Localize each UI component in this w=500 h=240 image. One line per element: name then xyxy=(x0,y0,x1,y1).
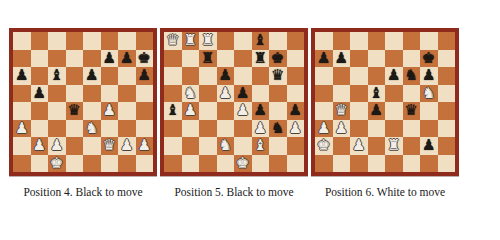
black-queen-piece: ♛ xyxy=(271,67,284,85)
square-a2 xyxy=(13,137,31,155)
square-g6 xyxy=(118,67,136,85)
square-e1 xyxy=(385,155,403,173)
square-c1 xyxy=(199,155,217,173)
square-f2: ♝ xyxy=(252,137,270,155)
white-pawn-piece: ♟ xyxy=(236,102,249,120)
square-g5 xyxy=(269,85,287,103)
square-g4 xyxy=(269,102,287,120)
square-h4 xyxy=(136,102,154,120)
white-pawn-piece: ♟ xyxy=(33,137,46,155)
square-b3 xyxy=(182,120,200,138)
square-e4: ♟ xyxy=(234,102,252,120)
square-e5 xyxy=(385,85,403,103)
black-pawn-piece: ♟ xyxy=(289,102,302,120)
square-e6 xyxy=(234,67,252,85)
square-h5 xyxy=(438,85,456,103)
square-g8 xyxy=(118,32,136,50)
square-h6 xyxy=(287,67,305,85)
square-g4 xyxy=(118,102,136,120)
square-g3: ♞ xyxy=(269,120,287,138)
square-f6: ♞ xyxy=(403,67,421,85)
white-pawn-piece: ♟ xyxy=(15,120,28,138)
square-a8 xyxy=(13,32,31,50)
square-e2: ♜ xyxy=(385,137,403,155)
square-h2 xyxy=(438,137,456,155)
square-g1 xyxy=(269,155,287,173)
black-pawn-piece: ♟ xyxy=(120,50,133,68)
white-pawn-piece: ♟ xyxy=(317,120,330,138)
square-e6: ♟ xyxy=(83,67,101,85)
square-f4: ♟ xyxy=(252,102,270,120)
square-f8: ♝ xyxy=(252,32,270,50)
square-a5 xyxy=(164,85,182,103)
black-bishop-piece: ♝ xyxy=(370,85,383,103)
white-pawn-piece: ♟ xyxy=(254,120,267,138)
square-g8 xyxy=(420,32,438,50)
square-h4 xyxy=(438,102,456,120)
square-d2: ♞ xyxy=(217,137,235,155)
chess-board-position-6: ♟♟♚♟♞♟♝♞♛♟♛♟♟♚♟♜♟ xyxy=(311,28,459,176)
square-a2: ♚ xyxy=(315,137,333,155)
square-e8 xyxy=(234,32,252,50)
square-a7: ♟ xyxy=(315,50,333,68)
square-f5 xyxy=(101,85,119,103)
black-pawn-piece: ♟ xyxy=(103,50,116,68)
square-a6 xyxy=(315,67,333,85)
square-e2 xyxy=(234,137,252,155)
square-a2 xyxy=(164,137,182,155)
square-h5 xyxy=(287,85,305,103)
square-b7: ♟ xyxy=(333,50,351,68)
square-e2 xyxy=(83,137,101,155)
square-a5 xyxy=(315,85,333,103)
square-b6 xyxy=(31,67,49,85)
square-d6: ♟ xyxy=(217,67,235,85)
square-g2: ♟ xyxy=(420,137,438,155)
square-c6 xyxy=(199,67,217,85)
square-h1 xyxy=(438,155,456,173)
black-knight-piece: ♞ xyxy=(405,67,418,85)
square-f4: ♟ xyxy=(101,102,119,120)
square-e7 xyxy=(385,50,403,68)
square-a3: ♟ xyxy=(315,120,333,138)
square-g7: ♚ xyxy=(269,50,287,68)
square-d4 xyxy=(217,102,235,120)
square-b4: ♟ xyxy=(182,102,200,120)
square-h3: ♟ xyxy=(287,120,305,138)
white-rook-piece: ♜ xyxy=(184,32,197,50)
square-f7: ♜ xyxy=(252,50,270,68)
square-h3 xyxy=(438,120,456,138)
square-g8 xyxy=(269,32,287,50)
square-h8 xyxy=(287,32,305,50)
square-h6: ♟ xyxy=(136,67,154,85)
black-queen-piece: ♛ xyxy=(68,102,81,120)
white-knight-piece: ♞ xyxy=(422,85,435,103)
white-queen-piece: ♛ xyxy=(335,102,348,120)
position-4-figure: ♟♟♚♟♝♟♟♟♛♟♟♞♟♟♛♟♟♚ Position 4. Black to … xyxy=(9,28,157,198)
square-f3: ♟ xyxy=(252,120,270,138)
square-b3 xyxy=(31,120,49,138)
square-h1 xyxy=(136,155,154,173)
square-e6: ♟ xyxy=(385,67,403,85)
square-c8 xyxy=(48,32,66,50)
square-g4 xyxy=(420,102,438,120)
square-b8 xyxy=(333,32,351,50)
square-g2: ♟ xyxy=(118,137,136,155)
square-f1 xyxy=(252,155,270,173)
black-pawn-piece: ♟ xyxy=(85,67,98,85)
square-f6 xyxy=(252,67,270,85)
square-a1 xyxy=(315,155,333,173)
square-d3 xyxy=(368,120,386,138)
square-f5 xyxy=(403,85,421,103)
square-h5 xyxy=(136,85,154,103)
square-d3 xyxy=(217,120,235,138)
square-e1: ♚ xyxy=(234,155,252,173)
square-g2 xyxy=(269,137,287,155)
square-a8: ♛ xyxy=(164,32,182,50)
square-c8: ♜ xyxy=(199,32,217,50)
square-c6 xyxy=(350,67,368,85)
square-b5: ♟ xyxy=(31,85,49,103)
square-g7: ♟ xyxy=(118,50,136,68)
square-c3 xyxy=(350,120,368,138)
square-b2 xyxy=(333,137,351,155)
square-d6 xyxy=(66,67,84,85)
black-bishop-piece: ♝ xyxy=(50,67,63,85)
square-h2: ♟ xyxy=(136,137,154,155)
square-c2 xyxy=(199,137,217,155)
black-pawn-piece: ♟ xyxy=(219,67,232,85)
square-e8 xyxy=(385,32,403,50)
square-c7 xyxy=(48,50,66,68)
square-h7 xyxy=(438,50,456,68)
square-d4: ♛ xyxy=(66,102,84,120)
square-e4 xyxy=(385,102,403,120)
chess-board-position-5: ♛♜♜♝♜♜♚♟♛♞♟♟♝♟♟♟♟♟♞♟♞♝♚ xyxy=(160,28,308,176)
square-a6 xyxy=(164,67,182,85)
square-f7: ♟ xyxy=(101,50,119,68)
square-h4: ♟ xyxy=(287,102,305,120)
square-a4 xyxy=(13,102,31,120)
square-g1 xyxy=(420,155,438,173)
black-knight-piece: ♞ xyxy=(271,120,284,138)
square-a3 xyxy=(164,120,182,138)
white-pawn-piece: ♟ xyxy=(50,137,63,155)
black-rook-piece: ♜ xyxy=(254,50,267,68)
square-a8 xyxy=(315,32,333,50)
white-bishop-piece: ♝ xyxy=(254,137,267,155)
position-5-caption: Position 5. Black to move xyxy=(174,186,293,198)
square-d7 xyxy=(368,50,386,68)
square-h1 xyxy=(287,155,305,173)
square-b7 xyxy=(182,50,200,68)
square-d8 xyxy=(368,32,386,50)
white-pawn-piece: ♟ xyxy=(219,85,232,103)
square-c7 xyxy=(350,50,368,68)
square-d8 xyxy=(217,32,235,50)
position-6-figure: ♟♟♚♟♞♟♝♞♛♟♛♟♟♚♟♜♟ Position 6. White to m… xyxy=(311,28,459,198)
square-b8 xyxy=(31,32,49,50)
square-f2: ♛ xyxy=(101,137,119,155)
square-f1 xyxy=(101,155,119,173)
square-h8 xyxy=(438,32,456,50)
square-f3 xyxy=(101,120,119,138)
square-b6 xyxy=(333,67,351,85)
square-g5 xyxy=(118,85,136,103)
square-c8 xyxy=(350,32,368,50)
chess-board-position-4: ♟♟♚♟♝♟♟♟♛♟♟♞♟♟♛♟♟♚ xyxy=(9,28,157,176)
black-pawn-piece: ♟ xyxy=(138,67,151,85)
square-a4: ♝ xyxy=(164,102,182,120)
white-pawn-piece: ♟ xyxy=(184,102,197,120)
square-b5 xyxy=(333,85,351,103)
square-e3 xyxy=(385,120,403,138)
white-pawn-piece: ♟ xyxy=(289,120,302,138)
white-pawn-piece: ♟ xyxy=(138,137,151,155)
square-d4: ♟ xyxy=(368,102,386,120)
white-king-piece: ♚ xyxy=(317,137,330,155)
square-a5 xyxy=(13,85,31,103)
square-b4 xyxy=(31,102,49,120)
square-c6: ♝ xyxy=(48,67,66,85)
square-h6 xyxy=(438,67,456,85)
square-d7 xyxy=(66,50,84,68)
black-king-piece: ♚ xyxy=(422,50,435,68)
white-rook-piece: ♜ xyxy=(201,32,214,50)
square-e5: ♟ xyxy=(234,85,252,103)
square-f4: ♛ xyxy=(403,102,421,120)
square-b1 xyxy=(31,155,49,173)
square-h3 xyxy=(136,120,154,138)
square-d1 xyxy=(368,155,386,173)
square-h2 xyxy=(287,137,305,155)
white-knight-piece: ♞ xyxy=(85,120,98,138)
white-rook-piece: ♜ xyxy=(387,137,400,155)
black-bishop-piece: ♝ xyxy=(254,32,267,50)
square-c5 xyxy=(199,85,217,103)
black-rook-piece: ♜ xyxy=(201,50,214,68)
white-pawn-piece: ♟ xyxy=(120,137,133,155)
square-d2 xyxy=(368,137,386,155)
white-pawn-piece: ♟ xyxy=(103,102,116,120)
black-pawn-piece: ♟ xyxy=(370,102,383,120)
square-b4: ♛ xyxy=(333,102,351,120)
black-king-piece: ♚ xyxy=(271,50,284,68)
square-c4 xyxy=(48,102,66,120)
square-d5 xyxy=(66,85,84,103)
square-e4 xyxy=(83,102,101,120)
square-b8: ♜ xyxy=(182,32,200,50)
square-e5 xyxy=(83,85,101,103)
square-g7: ♚ xyxy=(420,50,438,68)
square-e3 xyxy=(234,120,252,138)
square-g1 xyxy=(118,155,136,173)
position-6-caption: Position 6. White to move xyxy=(325,186,445,198)
square-c7: ♜ xyxy=(199,50,217,68)
black-pawn-piece: ♟ xyxy=(422,137,435,155)
square-b7 xyxy=(31,50,49,68)
square-f7 xyxy=(403,50,421,68)
square-a7 xyxy=(164,50,182,68)
chess-diagrams-row: ♟♟♚♟♝♟♟♟♛♟♟♞♟♟♛♟♟♚ Position 4. Black to … xyxy=(9,28,459,198)
square-g5: ♞ xyxy=(420,85,438,103)
white-queen-piece: ♛ xyxy=(103,137,116,155)
square-d5: ♟ xyxy=(217,85,235,103)
square-b1 xyxy=(333,155,351,173)
square-b3: ♟ xyxy=(333,120,351,138)
square-f8 xyxy=(403,32,421,50)
square-a1 xyxy=(13,155,31,173)
square-f1 xyxy=(403,155,421,173)
square-b6 xyxy=(182,67,200,85)
square-f3 xyxy=(403,120,421,138)
square-a6: ♟ xyxy=(13,67,31,85)
square-f6 xyxy=(101,67,119,85)
black-pawn-piece: ♟ xyxy=(15,67,28,85)
square-f8 xyxy=(101,32,119,50)
square-c1 xyxy=(350,155,368,173)
white-pawn-piece: ♟ xyxy=(335,120,348,138)
square-g6: ♟ xyxy=(420,67,438,85)
square-b2: ♟ xyxy=(31,137,49,155)
black-pawn-piece: ♟ xyxy=(236,85,249,103)
square-d6 xyxy=(368,67,386,85)
square-c1: ♚ xyxy=(48,155,66,173)
black-pawn-piece: ♟ xyxy=(422,67,435,85)
square-d7 xyxy=(217,50,235,68)
square-c4 xyxy=(199,102,217,120)
square-d2 xyxy=(66,137,84,155)
black-pawn-piece: ♟ xyxy=(33,85,46,103)
position-4-caption: Position 4. Black to move xyxy=(23,186,142,198)
white-king-piece: ♚ xyxy=(236,155,249,173)
black-pawn-piece: ♟ xyxy=(254,102,267,120)
square-a3: ♟ xyxy=(13,120,31,138)
square-e7 xyxy=(234,50,252,68)
square-a1 xyxy=(164,155,182,173)
white-knight-piece: ♞ xyxy=(184,85,197,103)
square-h8 xyxy=(136,32,154,50)
square-f2 xyxy=(403,137,421,155)
square-h7: ♚ xyxy=(136,50,154,68)
black-pawn-piece: ♟ xyxy=(317,50,330,68)
black-bishop-piece: ♝ xyxy=(166,102,179,120)
square-a7 xyxy=(13,50,31,68)
white-queen-piece: ♛ xyxy=(166,32,179,50)
square-f5 xyxy=(252,85,270,103)
square-e1 xyxy=(83,155,101,173)
square-d1 xyxy=(217,155,235,173)
square-g3 xyxy=(420,120,438,138)
square-a4 xyxy=(315,102,333,120)
square-b5: ♞ xyxy=(182,85,200,103)
square-b1 xyxy=(182,155,200,173)
square-c3 xyxy=(48,120,66,138)
square-g6: ♛ xyxy=(269,67,287,85)
square-c2: ♟ xyxy=(350,137,368,155)
square-c3 xyxy=(199,120,217,138)
black-pawn-piece: ♟ xyxy=(335,50,348,68)
black-queen-piece: ♛ xyxy=(405,102,418,120)
white-pawn-piece: ♟ xyxy=(352,137,365,155)
square-c5 xyxy=(350,85,368,103)
square-c2: ♟ xyxy=(48,137,66,155)
white-knight-piece: ♞ xyxy=(219,137,232,155)
square-h7 xyxy=(287,50,305,68)
square-d1 xyxy=(66,155,84,173)
white-king-piece: ♚ xyxy=(50,155,63,173)
square-b2 xyxy=(182,137,200,155)
black-pawn-piece: ♟ xyxy=(387,67,400,85)
square-e7 xyxy=(83,50,101,68)
square-e3: ♞ xyxy=(83,120,101,138)
square-d8 xyxy=(66,32,84,50)
square-d5: ♝ xyxy=(368,85,386,103)
position-5-figure: ♛♜♜♝♜♜♚♟♛♞♟♟♝♟♟♟♟♟♞♟♞♝♚ Position 5. Blac… xyxy=(160,28,308,198)
square-c5 xyxy=(48,85,66,103)
square-g3 xyxy=(118,120,136,138)
square-d3 xyxy=(66,120,84,138)
black-king-piece: ♚ xyxy=(138,50,151,68)
square-c4 xyxy=(350,102,368,120)
square-e8 xyxy=(83,32,101,50)
